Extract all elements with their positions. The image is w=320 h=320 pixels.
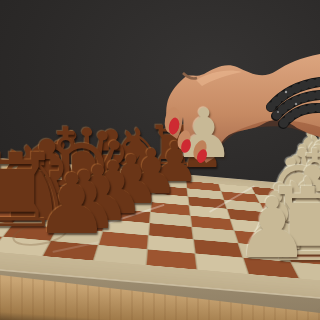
knuckle-highlight — [196, 70, 242, 86]
held-piece-white-pawn[interactable]: ♟ — [172, 100, 236, 168]
ring — [183, 73, 197, 78]
chess-piece-black-pawn-h7[interactable]: ♟ — [30, 163, 114, 247]
chess-photo-scene: ♜♞♝♛♚♝♞♜♟♟♟♟♟♟♟♟♜♞♝♛♚♝♞♜♟♟♟♟♟♟♟ — [0, 0, 320, 320]
board-square-h4[interactable] — [146, 249, 196, 269]
chess-piece-white-pawn-h2[interactable]: ♟ — [230, 187, 314, 271]
